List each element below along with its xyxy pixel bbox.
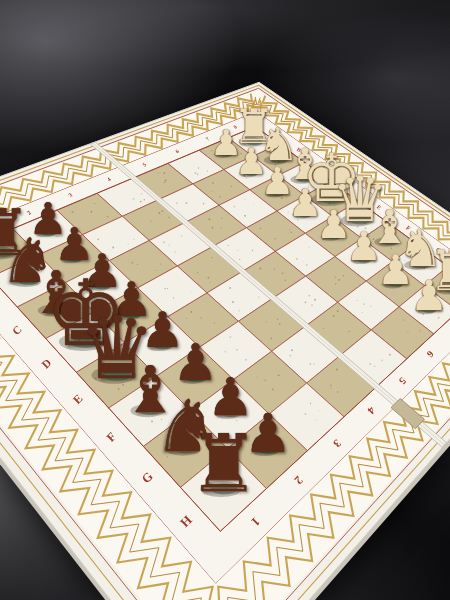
piece-light-pawn-g7[interactable]: ♟	[377, 251, 414, 292]
piece-dark-rook-h1[interactable]: ♜	[188, 424, 259, 504]
pieces-layer: ♜♟♞♟♝♟♚♟♛♟♟♝♜♟♟♞♞♟♟♜♟♝♟♚♟♛♟♝♟♞♟♜	[0, 0, 450, 600]
photo-scene: AA11BB22CC33DD44EE55FF66GG77HH88 ♜♟♞♟♝♟♚…	[0, 0, 450, 600]
piece-light-pawn-h7[interactable]: ♟	[410, 275, 448, 317]
